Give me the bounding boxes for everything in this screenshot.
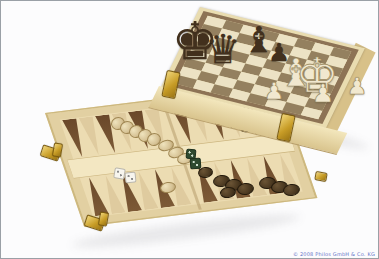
die-white <box>124 171 136 183</box>
brass-clasp <box>314 171 327 182</box>
chess-piece-white-pawn-2: ♟ <box>312 81 334 106</box>
copyright-caption: © 2008 Philos GmbH & Co. KG <box>293 252 375 257</box>
chess-piece-white-pawn-1: ♟ <box>264 80 285 103</box>
brass-clasp <box>98 211 109 226</box>
product-photo: ♚♛♝♟♝♚♟♟♟ © 2008 Philos GmbH & Co. KG <box>0 0 379 259</box>
backgammon-point <box>82 177 110 217</box>
chess-piece-black-queen: ♛ <box>205 29 241 69</box>
chess-piece-white-pawn-3: ♟ <box>347 75 368 98</box>
die-green <box>190 158 202 170</box>
